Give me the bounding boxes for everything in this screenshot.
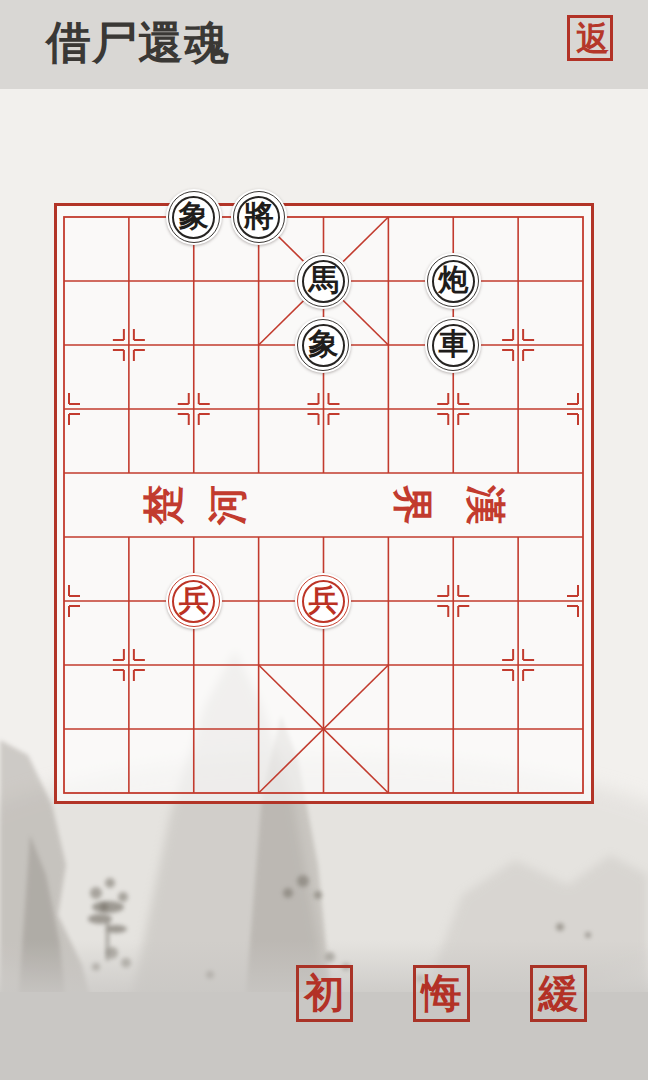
piece-glyph: 兵 — [295, 573, 351, 629]
piece-glyph: 象 — [166, 189, 222, 245]
app-stage: 借尸還魂 返 楚河界漢 象將馬炮象車兵兵 初 悔 緩 — [0, 0, 648, 1080]
piece-red-soldier[interactable]: 兵 — [166, 573, 222, 629]
piece-black-horse[interactable]: 馬 — [295, 253, 351, 309]
delay-button[interactable]: 緩 — [530, 965, 587, 1022]
piece-red-soldier[interactable]: 兵 — [295, 573, 351, 629]
reset-button[interactable]: 初 — [296, 965, 353, 1022]
piece-glyph: 兵 — [166, 573, 222, 629]
piece-black-elephant[interactable]: 象 — [295, 317, 351, 373]
piece-black-general[interactable]: 將 — [231, 189, 287, 245]
undo-button[interactable]: 悔 — [413, 965, 470, 1022]
piece-glyph: 炮 — [425, 253, 481, 309]
level-title: 借尸還魂 — [46, 14, 230, 74]
piece-glyph: 將 — [231, 189, 287, 245]
piece-layer: 象將馬炮象車兵兵 — [32, 185, 616, 825]
piece-black-elephant[interactable]: 象 — [166, 189, 222, 245]
header-bar: 借尸還魂 返 — [0, 0, 648, 89]
piece-black-chariot[interactable]: 車 — [425, 317, 481, 373]
back-button[interactable]: 返 — [567, 15, 613, 61]
piece-glyph: 車 — [425, 317, 481, 373]
piece-glyph: 象 — [295, 317, 351, 373]
piece-black-cannon[interactable]: 炮 — [425, 253, 481, 309]
piece-glyph: 馬 — [295, 253, 351, 309]
